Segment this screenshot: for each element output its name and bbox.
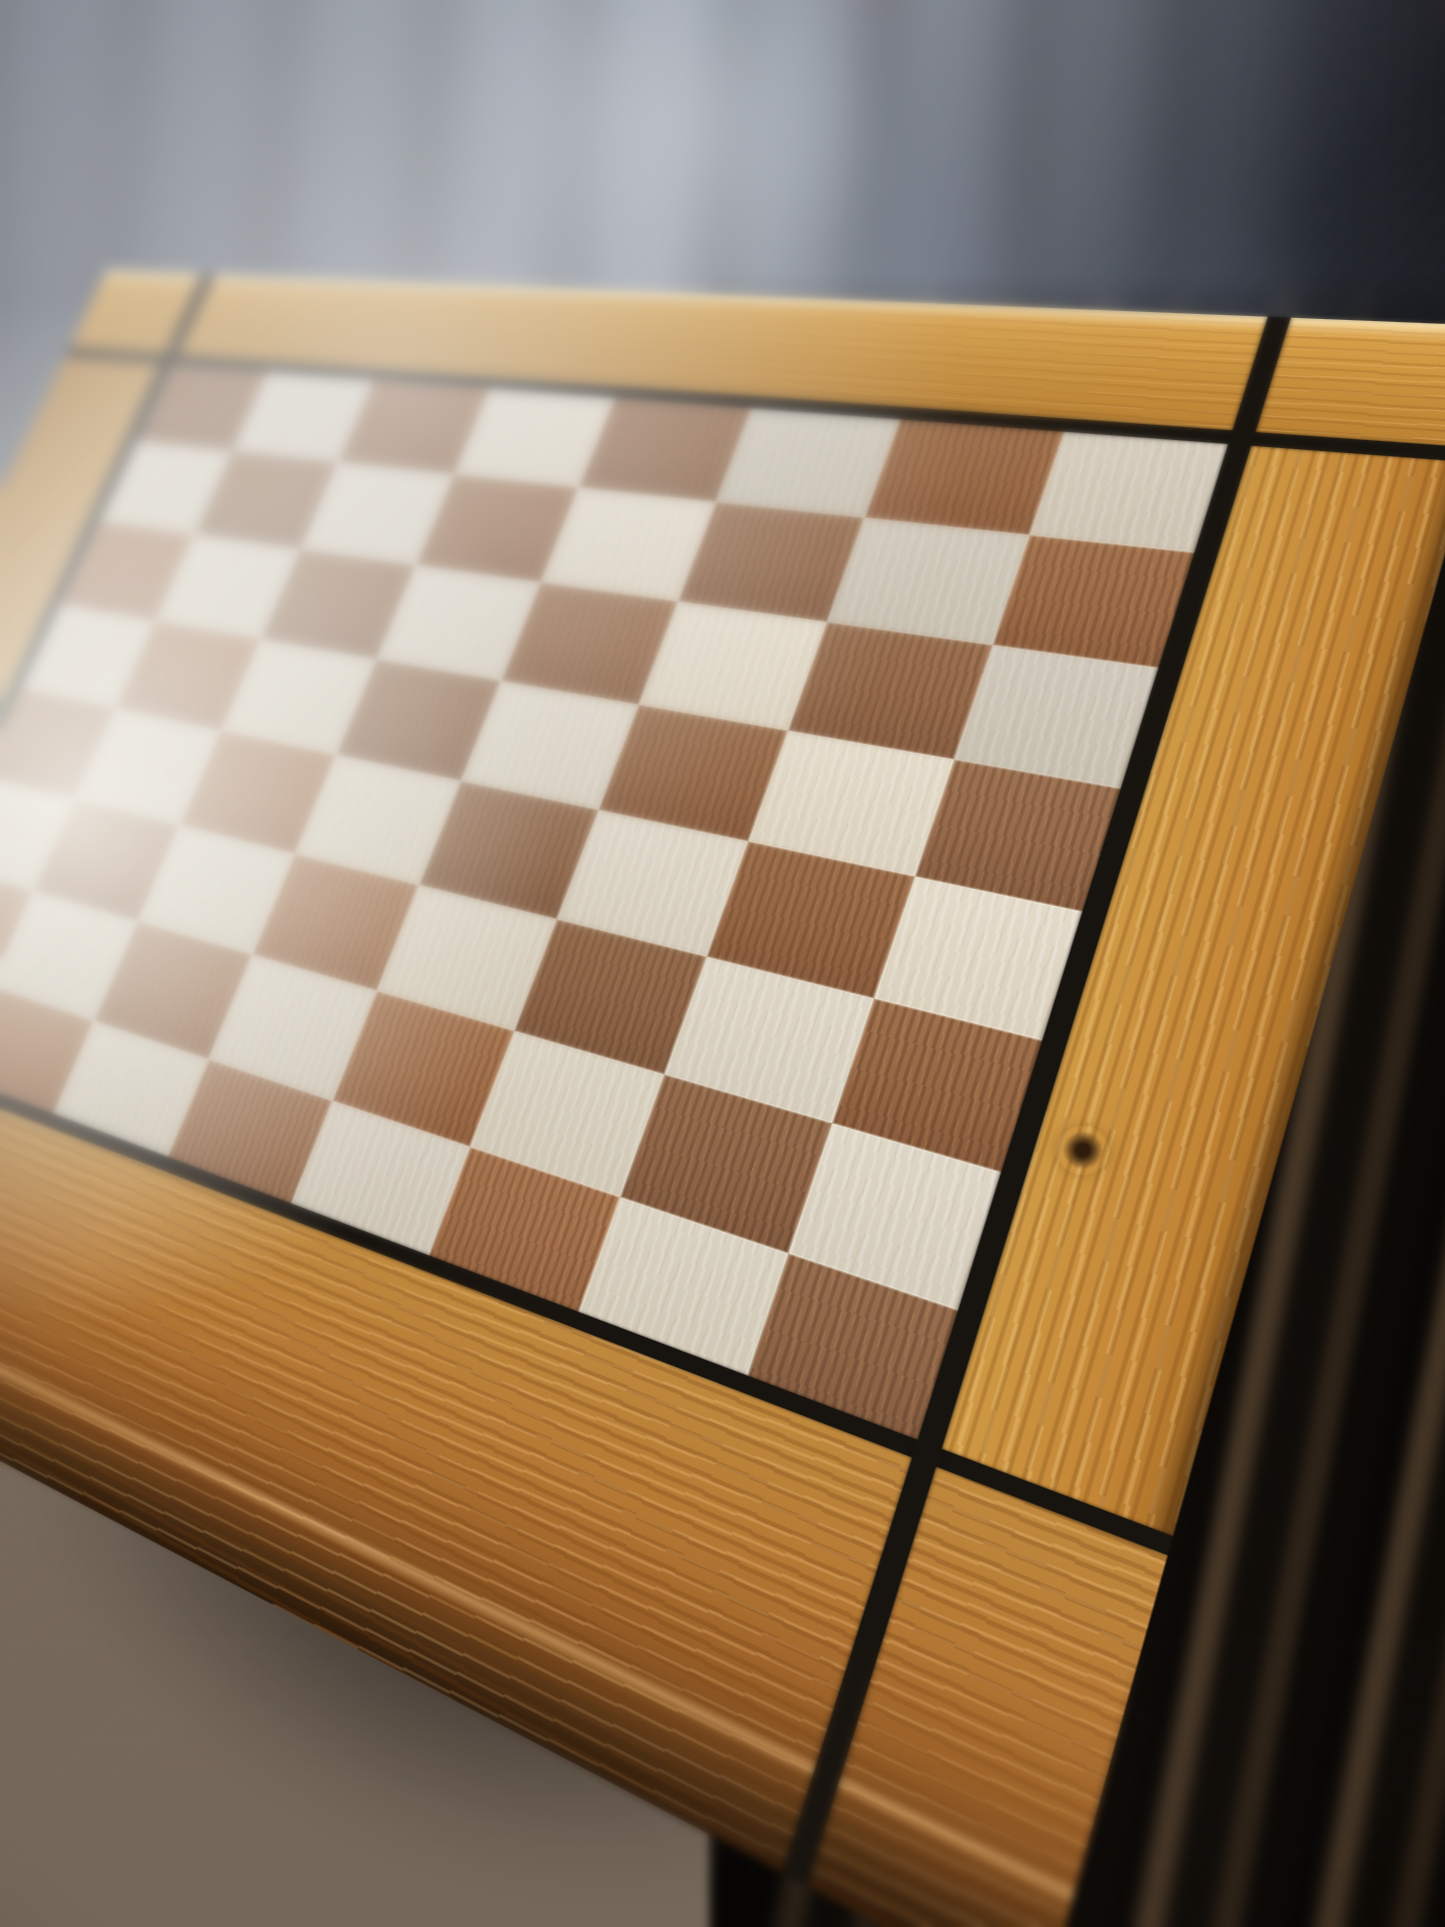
wood-knot xyxy=(1051,1120,1115,1181)
photo-of-chessboard xyxy=(0,0,1445,1927)
